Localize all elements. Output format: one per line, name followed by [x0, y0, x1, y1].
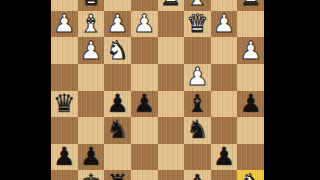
white-rook[interactable]: ♜: [239, 0, 261, 10]
square-b5[interactable]: [211, 91, 238, 118]
square-a6[interactable]: [237, 117, 264, 144]
square-h4[interactable]: [51, 64, 78, 91]
white-pawn[interactable]: ♟: [106, 11, 128, 37]
square-d4[interactable]: [158, 64, 185, 91]
square-d7[interactable]: [158, 144, 185, 171]
black-queen[interactable]: ♛: [53, 91, 75, 117]
square-c8[interactable]: ♝: [184, 170, 211, 180]
square-b6[interactable]: [211, 117, 238, 144]
square-a2[interactable]: [237, 11, 264, 38]
black-pawn[interactable]: ♟: [133, 91, 155, 117]
square-c5[interactable]: ♝: [184, 91, 211, 118]
square-b3[interactable]: [211, 37, 238, 64]
square-e4[interactable]: [131, 64, 158, 91]
white-pawn[interactable]: ♟: [239, 38, 261, 64]
square-e6[interactable]: [131, 117, 158, 144]
square-e7[interactable]: [131, 144, 158, 171]
square-d5[interactable]: [158, 91, 185, 118]
square-a7[interactable]: [237, 144, 264, 171]
square-f4[interactable]: [104, 64, 131, 91]
square-d8[interactable]: [158, 170, 185, 180]
square-f8[interactable]: ♜: [104, 170, 131, 180]
square-e8[interactable]: [131, 170, 158, 180]
white-pawn[interactable]: ♟: [133, 11, 155, 37]
square-f7[interactable]: [104, 144, 131, 171]
white-pawn[interactable]: ♟: [213, 11, 235, 37]
black-pawn[interactable]: ♟: [80, 144, 102, 170]
white-queen[interactable]: ♛: [186, 11, 208, 37]
square-d3[interactable]: [158, 37, 185, 64]
square-g3[interactable]: ♟: [78, 37, 105, 64]
square-b8[interactable]: [211, 170, 238, 180]
square-g7[interactable]: ♟: [78, 144, 105, 171]
white-knight[interactable]: ♞: [239, 171, 261, 180]
black-pawn[interactable]: ♟: [239, 91, 261, 117]
white-pawn[interactable]: ♟: [53, 11, 75, 37]
black-pawn[interactable]: ♟: [213, 144, 235, 170]
black-pawn[interactable]: ♟: [53, 144, 75, 170]
square-h6[interactable]: [51, 117, 78, 144]
square-f5[interactable]: ♟: [104, 91, 131, 118]
square-f6[interactable]: ♞: [104, 117, 131, 144]
white-pawn[interactable]: ♟: [186, 64, 208, 90]
square-b4[interactable]: [211, 64, 238, 91]
square-h5[interactable]: ♛: [51, 91, 78, 118]
chess-board: ♚♜♝♜♟♝♟♟♛♟♟♞♟♟♛♟♟♝♟♞♞♟♟♟♚♜♝♞: [51, 0, 264, 180]
square-b7[interactable]: ♟: [211, 144, 238, 171]
black-knight[interactable]: ♞: [186, 117, 208, 143]
square-h3[interactable]: [51, 37, 78, 64]
square-h2[interactable]: ♟: [51, 11, 78, 38]
white-rook[interactable]: ♜: [160, 0, 182, 10]
square-h7[interactable]: ♟: [51, 144, 78, 171]
black-bishop[interactable]: ♝: [186, 171, 208, 180]
square-b2[interactable]: ♟: [211, 11, 238, 38]
square-a5[interactable]: ♟: [237, 91, 264, 118]
square-g5[interactable]: [78, 91, 105, 118]
square-c3[interactable]: [184, 37, 211, 64]
square-g4[interactable]: [78, 64, 105, 91]
video-frame: ♚♜♝♜♟♝♟♟♛♟♟♞♟♟♛♟♟♝♟♞♞♟♟♟♚♜♝♞: [0, 0, 320, 180]
square-c6[interactable]: ♞: [184, 117, 211, 144]
white-knight[interactable]: ♞: [106, 38, 128, 64]
square-h8[interactable]: [51, 170, 78, 180]
white-bishop[interactable]: ♝: [80, 11, 102, 37]
square-d1[interactable]: ♜: [158, 0, 185, 11]
white-pawn[interactable]: ♟: [80, 38, 102, 64]
square-c7[interactable]: [184, 144, 211, 171]
square-a1[interactable]: ♜: [237, 0, 264, 11]
square-e2[interactable]: ♟: [131, 11, 158, 38]
square-c4[interactable]: ♟: [184, 64, 211, 91]
square-a8[interactable]: ♞: [237, 170, 264, 180]
square-g2[interactable]: ♝: [78, 11, 105, 38]
square-c2[interactable]: ♛: [184, 11, 211, 38]
black-pawn[interactable]: ♟: [106, 91, 128, 117]
square-g8[interactable]: ♚: [78, 170, 105, 180]
square-f3[interactable]: ♞: [104, 37, 131, 64]
black-rook[interactable]: ♜: [106, 171, 128, 180]
square-a3[interactable]: ♟: [237, 37, 264, 64]
square-d2[interactable]: [158, 11, 185, 38]
square-d6[interactable]: [158, 117, 185, 144]
square-f2[interactable]: ♟: [104, 11, 131, 38]
black-king[interactable]: ♚: [80, 171, 102, 180]
square-g6[interactable]: [78, 117, 105, 144]
square-e3[interactable]: [131, 37, 158, 64]
square-a4[interactable]: [237, 64, 264, 91]
square-e5[interactable]: ♟: [131, 91, 158, 118]
black-knight[interactable]: ♞: [106, 117, 128, 143]
black-bishop[interactable]: ♝: [186, 91, 208, 117]
